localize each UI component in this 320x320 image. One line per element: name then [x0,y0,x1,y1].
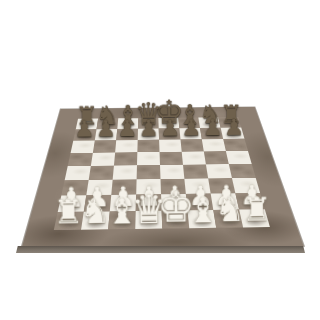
square-e6[interactable] [159,140,182,152]
square-h5[interactable] [226,151,252,164]
square-g6[interactable] [202,139,226,151]
square-d4[interactable] [137,165,161,179]
square-h6[interactable] [223,139,248,151]
piece-black-pawn[interactable]: ♟ [160,118,180,139]
board-front-edge [16,246,305,253]
chess-scene: ♜♞♝♛♚♝♞♜♟♟♟♟♟♟♟♟♟♟♟♟♟♟♟♟♜♞♝♛♚♝♞♜ [0,0,320,320]
square-f6[interactable] [180,139,203,151]
square-f5[interactable] [182,151,206,164]
square-a7[interactable]: ♟ [73,129,96,141]
product-photo-background: ♜♞♝♛♚♝♞♜♟♟♟♟♟♟♟♟♟♟♟♟♟♟♟♟♜♞♝♛♚♝♞♜ [0,0,320,320]
square-h1[interactable]: ♜ [239,209,270,227]
square-c7[interactable]: ♟ [116,129,138,141]
board-frame: ♜♞♝♛♚♝♞♜♟♟♟♟♟♟♟♟♟♟♟♟♟♟♟♟♜♞♝♛♚♝♞♜ [21,107,303,250]
piece-white-rook[interactable]: ♜ [241,195,271,226]
square-e4[interactable] [160,165,184,179]
piece-black-pawn[interactable]: ♟ [74,119,94,140]
square-e7[interactable]: ♟ [159,128,181,140]
square-b6[interactable] [93,140,116,152]
square-b7[interactable]: ♟ [95,129,118,141]
square-g7[interactable]: ♟ [200,128,223,140]
square-a1[interactable]: ♜ [54,212,84,230]
square-a6[interactable] [71,141,95,153]
square-a5[interactable] [68,153,93,166]
piece-black-pawn[interactable]: ♟ [138,118,158,139]
square-c6[interactable] [115,140,138,152]
square-c5[interactable] [114,152,137,165]
square-d6[interactable] [137,140,159,152]
square-f4[interactable] [183,164,208,178]
piece-black-pawn[interactable]: ♟ [181,118,201,139]
square-c1[interactable]: ♝ [108,211,136,229]
square-d7[interactable]: ♟ [138,129,159,141]
piece-white-rook[interactable]: ♜ [52,198,82,230]
piece-black-pawn[interactable]: ♟ [117,118,137,139]
square-b4[interactable] [89,166,114,180]
board-grid: ♜♞♝♛♚♝♞♜♟♟♟♟♟♟♟♟♟♟♟♟♟♟♟♟♜♞♝♛♚♝♞♜ [54,117,270,230]
piece-white-bishop[interactable]: ♝ [106,195,138,229]
square-c4[interactable] [113,165,137,179]
square-e5[interactable] [160,152,183,165]
piece-black-pawn[interactable]: ♟ [95,119,115,140]
square-g5[interactable] [204,151,229,164]
square-h7[interactable]: ♟ [221,128,245,140]
square-d5[interactable] [137,152,160,165]
square-h4[interactable] [229,164,256,178]
piece-black-pawn[interactable]: ♟ [202,117,222,138]
square-b5[interactable] [91,152,115,165]
square-d1[interactable]: ♛ [135,211,162,229]
square-f1[interactable]: ♝ [187,210,216,228]
square-g4[interactable] [206,164,232,178]
square-f7[interactable]: ♟ [179,128,201,140]
square-a4[interactable] [65,166,91,180]
piece-black-pawn[interactable]: ♟ [223,117,243,138]
piece-white-bishop[interactable]: ♝ [186,194,218,228]
